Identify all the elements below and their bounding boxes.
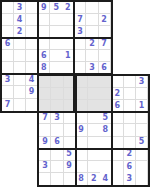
given-cell: 3: [2, 74, 14, 86]
empty-cell[interactable]: [51, 173, 63, 185]
overlap-cell[interactable]: [76, 88, 88, 100]
empty-cell[interactable]: [14, 50, 26, 62]
overlap-cell[interactable]: [39, 76, 51, 88]
empty-cell[interactable]: [74, 2, 86, 14]
given-cell: 9: [76, 124, 88, 136]
empty-cell[interactable]: [88, 112, 100, 124]
empty-cell[interactable]: [86, 14, 98, 26]
empty-cell[interactable]: [112, 149, 124, 161]
empty-cell[interactable]: [136, 149, 148, 161]
given-cell: 7: [39, 112, 51, 124]
empty-cell[interactable]: [74, 38, 86, 50]
empty-cell[interactable]: [76, 112, 88, 124]
empty-cell[interactable]: [2, 50, 14, 62]
given-cell: 2: [112, 88, 124, 100]
empty-cell[interactable]: [124, 124, 136, 136]
given-cell: 2: [124, 149, 136, 161]
empty-cell[interactable]: [112, 161, 124, 173]
box-separator-line: [111, 76, 113, 185]
given-cell: 6: [38, 50, 50, 62]
empty-cell[interactable]: [86, 50, 98, 62]
empty-cell[interactable]: [50, 38, 62, 50]
empty-cell[interactable]: [99, 2, 111, 14]
empty-cell[interactable]: [112, 76, 124, 88]
given-cell: 2: [86, 38, 98, 50]
given-cell: 6: [124, 161, 136, 173]
empty-cell[interactable]: [136, 124, 148, 136]
empty-cell[interactable]: [39, 149, 51, 161]
empty-cell[interactable]: [112, 112, 124, 124]
given-cell: 6: [2, 38, 14, 50]
empty-cell[interactable]: [136, 88, 148, 100]
empty-cell[interactable]: [124, 76, 136, 88]
empty-cell[interactable]: [136, 173, 148, 185]
given-cell: 3: [124, 173, 136, 185]
given-cell: 7: [74, 14, 86, 26]
empty-cell[interactable]: [76, 161, 88, 173]
given-cell: 5: [50, 2, 62, 14]
empty-cell[interactable]: [38, 38, 50, 50]
puzzle-board: 395247223627618363497 326173598965523968…: [0, 0, 150, 187]
empty-cell[interactable]: [14, 86, 26, 98]
empty-cell[interactable]: [112, 124, 124, 136]
empty-cell[interactable]: [51, 124, 63, 136]
empty-cell[interactable]: [124, 112, 136, 124]
empty-cell[interactable]: [51, 149, 63, 161]
empty-cell[interactable]: [88, 124, 100, 136]
box-separator-line: [2, 37, 111, 39]
empty-cell[interactable]: [112, 173, 124, 185]
empty-cell[interactable]: [50, 50, 62, 62]
given-cell: 4: [14, 14, 26, 26]
given-cell: 8: [76, 173, 88, 185]
empty-cell[interactable]: [124, 88, 136, 100]
given-cell: 3: [14, 2, 26, 14]
overlap-cell[interactable]: [88, 76, 100, 88]
overlap-cell[interactable]: [39, 88, 51, 100]
overlap-cell[interactable]: [76, 76, 88, 88]
sudoku-grid-bottom-right: 326173598965523968243: [37, 74, 150, 187]
empty-cell[interactable]: [2, 86, 14, 98]
overlap-cell[interactable]: [88, 88, 100, 100]
given-cell: 2: [88, 173, 100, 185]
empty-cell[interactable]: [2, 14, 14, 26]
empty-cell[interactable]: [51, 161, 63, 173]
empty-cell[interactable]: [88, 149, 100, 161]
given-cell: 9: [38, 2, 50, 14]
box-separator-line: [75, 76, 77, 185]
given-cell: 2: [99, 14, 111, 26]
empty-cell[interactable]: [136, 112, 148, 124]
given-cell: 3: [39, 161, 51, 173]
empty-cell[interactable]: [14, 99, 26, 111]
empty-cell[interactable]: [136, 161, 148, 173]
empty-cell[interactable]: [50, 14, 62, 26]
given-cell: 7: [99, 38, 111, 50]
empty-cell[interactable]: [76, 149, 88, 161]
empty-cell[interactable]: [14, 38, 26, 50]
empty-cell[interactable]: [99, 50, 111, 62]
overlap-cell[interactable]: [51, 76, 63, 88]
empty-cell[interactable]: [39, 124, 51, 136]
box-separator-line: [39, 111, 148, 113]
empty-cell[interactable]: [74, 50, 86, 62]
box-separator-line: [39, 148, 148, 150]
given-cell: 7: [2, 99, 14, 111]
box-separator-line: [37, 2, 39, 111]
empty-cell[interactable]: [86, 2, 98, 14]
box-separator-line: [2, 73, 111, 75]
empty-cell[interactable]: [88, 161, 100, 173]
given-cell: 3: [136, 76, 148, 88]
overlap-cell[interactable]: [51, 88, 63, 100]
empty-cell[interactable]: [2, 2, 14, 14]
given-cell: 3: [51, 112, 63, 124]
empty-cell[interactable]: [38, 14, 50, 26]
empty-cell[interactable]: [14, 74, 26, 86]
empty-cell[interactable]: [39, 173, 51, 185]
